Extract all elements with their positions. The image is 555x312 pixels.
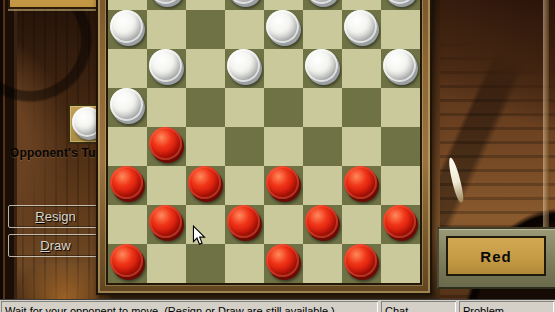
square-r4c5[interactable] [303,127,342,166]
red-piece[interactable] [149,127,182,160]
red-piece[interactable] [383,205,416,238]
white-piece[interactable] [266,10,299,43]
status-message: Wait for your opponent to move. (Resign … [1,301,378,312]
square-r2c3[interactable] [225,49,264,88]
square-r2c2[interactable] [186,49,225,88]
square-r3c3[interactable] [225,88,264,127]
square-r3c1[interactable] [147,88,186,127]
square-r7c0[interactable] [108,244,147,283]
square-r6c7[interactable] [381,205,420,244]
square-r6c1[interactable] [147,205,186,244]
square-r1c4[interactable] [264,10,303,49]
square-r7c1[interactable] [147,244,186,283]
square-r7c6[interactable] [342,244,381,283]
square-r2c4[interactable] [264,49,303,88]
square-r0c2[interactable] [186,0,225,10]
square-r3c7[interactable] [381,88,420,127]
red-piece[interactable] [110,244,143,277]
resign-button[interactable]: Resign [8,205,103,228]
white-piece[interactable] [344,10,377,43]
white-piece[interactable] [149,49,182,82]
red-piece[interactable] [266,166,299,199]
white-piece[interactable] [149,0,182,4]
square-r6c0[interactable] [108,205,147,244]
red-piece[interactable] [305,205,338,238]
white-piece[interactable] [110,10,143,43]
square-r6c6[interactable] [342,205,381,244]
square-r0c1[interactable] [147,0,186,10]
square-r4c0[interactable] [108,127,147,166]
player-name-plaque: Red [446,236,546,276]
square-r5c0[interactable] [108,166,147,205]
white-piece[interactable] [383,0,416,4]
square-r7c5[interactable] [303,244,342,283]
white-piece[interactable] [383,49,416,82]
square-r6c4[interactable] [264,205,303,244]
red-piece[interactable] [188,166,221,199]
square-r0c4[interactable] [264,0,303,10]
square-r2c0[interactable] [108,49,147,88]
red-piece[interactable] [110,166,143,199]
square-r7c4[interactable] [264,244,303,283]
square-r2c6[interactable] [342,49,381,88]
square-r1c3[interactable] [225,10,264,49]
square-r5c2[interactable] [186,166,225,205]
square-r1c6[interactable] [342,10,381,49]
square-r4c3[interactable] [225,127,264,166]
square-r7c7[interactable] [381,244,420,283]
square-r0c0[interactable] [108,0,147,10]
square-r4c6[interactable] [342,127,381,166]
square-r1c7[interactable] [381,10,420,49]
status-pane-chat: Chat [381,301,456,312]
square-r5c6[interactable] [342,166,381,205]
square-r4c2[interactable] [186,127,225,166]
draw-button[interactable]: Draw [8,234,103,257]
square-r3c6[interactable] [342,88,381,127]
white-piece[interactable] [110,88,143,121]
red-piece[interactable] [149,205,182,238]
square-r6c3[interactable] [225,205,264,244]
square-r5c3[interactable] [225,166,264,205]
player-plaque-frame: Red [437,227,555,289]
white-piece[interactable] [305,0,338,4]
white-piece[interactable] [227,0,260,4]
status-pane-problem: Problem [459,301,554,312]
square-r6c5[interactable] [303,205,342,244]
wall-frame-edge [543,0,549,232]
board [108,0,420,283]
square-r7c2[interactable] [186,244,225,283]
square-r7c3[interactable] [225,244,264,283]
square-r1c0[interactable] [108,10,147,49]
square-r5c7[interactable] [381,166,420,205]
red-piece[interactable] [344,244,377,277]
square-r5c1[interactable] [147,166,186,205]
status-bar: Wait for your opponent to move. (Resign … [0,299,555,312]
red-piece[interactable] [344,166,377,199]
red-piece[interactable] [227,205,260,238]
square-r3c5[interactable] [303,88,342,127]
white-piece[interactable] [305,49,338,82]
square-r3c0[interactable] [108,88,147,127]
square-r2c1[interactable] [147,49,186,88]
mouse-cursor-icon [192,225,206,246]
square-r0c5[interactable] [303,0,342,10]
square-r3c4[interactable] [264,88,303,127]
square-r2c5[interactable] [303,49,342,88]
board-frame [96,0,432,295]
red-piece[interactable] [266,244,299,277]
square-r3c2[interactable] [186,88,225,127]
square-r2c7[interactable] [381,49,420,88]
square-r1c1[interactable] [147,10,186,49]
square-r0c6[interactable] [342,0,381,10]
square-r1c5[interactable] [303,10,342,49]
square-r0c7[interactable] [381,0,420,10]
square-r4c4[interactable] [264,127,303,166]
square-r5c4[interactable] [264,166,303,205]
square-r1c2[interactable] [186,10,225,49]
white-piece[interactable] [227,49,260,82]
square-r4c7[interactable] [381,127,420,166]
square-r5c5[interactable] [303,166,342,205]
square-r4c1[interactable] [147,127,186,166]
square-r0c3[interactable] [225,0,264,10]
game-window: Opponent's Turn Resign Draw Red Wait for… [0,0,555,312]
